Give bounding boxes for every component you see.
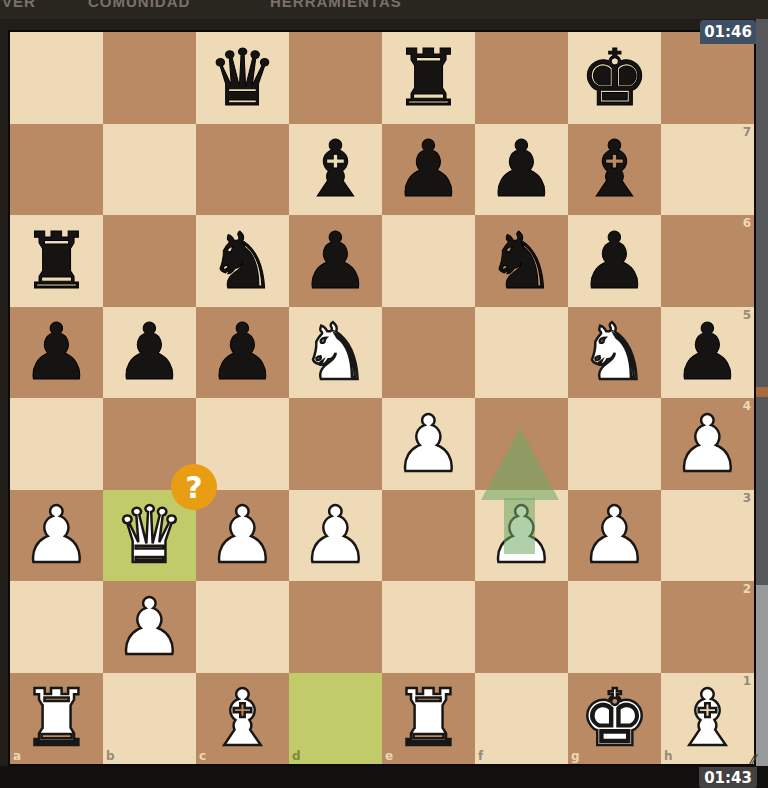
piece-white-bishop-h1[interactable]: ♝ — [661, 673, 754, 765]
square-b6[interactable] — [103, 215, 196, 307]
square-e8[interactable]: ♜ — [382, 32, 475, 124]
square-h4[interactable]: 4♟ — [661, 398, 754, 490]
square-b7[interactable] — [103, 124, 196, 216]
rank-label-6: 6 — [743, 217, 751, 229]
square-a6[interactable]: ♜ — [10, 215, 103, 307]
square-h7[interactable]: 7 — [661, 124, 754, 216]
rank-label-2: 2 — [743, 583, 751, 595]
square-d3[interactable]: ♟ — [289, 490, 382, 582]
square-g7[interactable]: ♝ — [568, 124, 661, 216]
square-c7[interactable] — [196, 124, 289, 216]
piece-white-queen-b3[interactable]: ♛ — [103, 490, 196, 582]
piece-black-pawn-b5[interactable]: ♟ — [103, 307, 196, 399]
square-b1[interactable]: b — [103, 673, 196, 765]
square-b4[interactable] — [103, 398, 196, 490]
square-f5[interactable] — [475, 307, 568, 399]
square-a2[interactable] — [10, 581, 103, 673]
square-g4[interactable] — [568, 398, 661, 490]
file-label-b: b — [106, 750, 115, 762]
square-f1[interactable]: f — [475, 673, 568, 765]
file-label-d: d — [292, 750, 301, 762]
piece-white-pawn-b2[interactable]: ♟ — [103, 581, 196, 673]
square-d6[interactable]: ♟ — [289, 215, 382, 307]
square-h2[interactable]: 2 — [661, 581, 754, 673]
rank-label-3: 3 — [743, 492, 751, 504]
square-d5[interactable]: ♞ — [289, 307, 382, 399]
square-h6[interactable]: 6 — [661, 215, 754, 307]
piece-white-pawn-f3[interactable]: ♟ — [475, 490, 568, 582]
square-b2[interactable]: ♟ — [103, 581, 196, 673]
piece-white-pawn-h4[interactable]: ♟ — [661, 398, 754, 490]
board-resize-handle[interactable]: // — [749, 754, 754, 764]
square-a7[interactable] — [10, 124, 103, 216]
piece-black-pawn-f7[interactable]: ♟ — [475, 124, 568, 216]
square-d2[interactable] — [289, 581, 382, 673]
chess-board-frame: ♛♜♚8♝♟♟♝7♜♞♟♞♟6♟♟♟♞♞5♟♟4♟♟♛♟♟♟♟3♟2a♜bc♝d… — [8, 30, 756, 766]
square-h8[interactable]: 8 — [661, 32, 754, 124]
square-a4[interactable] — [10, 398, 103, 490]
bottom-bar — [0, 766, 768, 788]
square-d7[interactable]: ♝ — [289, 124, 382, 216]
piece-black-pawn-a5[interactable]: ♟ — [10, 307, 103, 399]
square-c8[interactable]: ♛ — [196, 32, 289, 124]
square-b8[interactable] — [103, 32, 196, 124]
piece-white-knight-g5[interactable]: ♞ — [568, 307, 661, 399]
square-b3[interactable]: ♛ — [103, 490, 196, 582]
square-e7[interactable]: ♟ — [382, 124, 475, 216]
square-f8[interactable] — [475, 32, 568, 124]
side-panel-edge — [756, 19, 768, 788]
piece-black-pawn-e7[interactable]: ♟ — [382, 124, 475, 216]
piece-white-pawn-g3[interactable]: ♟ — [568, 490, 661, 582]
piece-black-pawn-d6[interactable]: ♟ — [289, 215, 382, 307]
piece-black-pawn-h5[interactable]: ♟ — [661, 307, 754, 399]
menu-item-comunidad[interactable]: COMUNIDAD — [88, 0, 190, 10]
rank-label-7: 7 — [743, 126, 751, 138]
square-h3[interactable]: 3 — [661, 490, 754, 582]
piece-white-pawn-c3[interactable]: ♟ — [196, 490, 289, 582]
side-panel-light-patch — [756, 585, 768, 775]
square-e5[interactable] — [382, 307, 475, 399]
square-f4[interactable] — [475, 398, 568, 490]
square-f2[interactable] — [475, 581, 568, 673]
square-a5[interactable]: ♟ — [10, 307, 103, 399]
piece-black-pawn-g6[interactable]: ♟ — [568, 215, 661, 307]
piece-white-pawn-d3[interactable]: ♟ — [289, 490, 382, 582]
piece-black-queen-c8[interactable]: ♛ — [196, 32, 289, 124]
piece-white-rook-a1[interactable]: ♜ — [10, 673, 103, 765]
menu-item-ver[interactable]: VER — [2, 0, 36, 10]
square-a8[interactable] — [10, 32, 103, 124]
square-c3[interactable]: ♟ — [196, 490, 289, 582]
square-c1[interactable]: c♝ — [196, 673, 289, 765]
square-b5[interactable]: ♟ — [103, 307, 196, 399]
white-clock: 01:43 — [699, 767, 757, 788]
square-g8[interactable]: ♚ — [568, 32, 661, 124]
piece-white-pawn-a3[interactable]: ♟ — [10, 490, 103, 582]
square-c6[interactable]: ♞ — [196, 215, 289, 307]
square-e4[interactable]: ♟ — [382, 398, 475, 490]
square-e1[interactable]: e♜ — [382, 673, 475, 765]
square-d8[interactable] — [289, 32, 382, 124]
menu-item-herramientas[interactable]: HERRAMIENTAS — [270, 0, 402, 10]
piece-white-king-g1[interactable]: ♚ — [568, 673, 661, 765]
square-f3[interactable]: ♟ — [475, 490, 568, 582]
square-d1[interactable]: d — [289, 673, 382, 765]
piece-black-knight-f6[interactable]: ♞ — [475, 215, 568, 307]
piece-black-bishop-d7[interactable]: ♝ — [289, 124, 382, 216]
square-a1[interactable]: a♜ — [10, 673, 103, 765]
square-d4[interactable] — [289, 398, 382, 490]
side-panel-orange-tick — [756, 387, 768, 397]
square-a3[interactable]: ♟ — [10, 490, 103, 582]
piece-white-knight-d5[interactable]: ♞ — [289, 307, 382, 399]
piece-black-knight-c6[interactable]: ♞ — [196, 215, 289, 307]
menu-bar: VER COMUNIDAD HERRAMIENTAS — [0, 0, 768, 19]
square-h5[interactable]: 5♟ — [661, 307, 754, 399]
piece-black-rook-a6[interactable]: ♜ — [10, 215, 103, 307]
square-e6[interactable] — [382, 215, 475, 307]
piece-black-pawn-c5[interactable]: ♟ — [196, 307, 289, 399]
square-g1[interactable]: g♚ — [568, 673, 661, 765]
square-g3[interactable]: ♟ — [568, 490, 661, 582]
square-c2[interactable] — [196, 581, 289, 673]
piece-white-rook-e1[interactable]: ♜ — [382, 673, 475, 765]
square-e2[interactable] — [382, 581, 475, 673]
square-e3[interactable] — [382, 490, 475, 582]
square-g2[interactable] — [568, 581, 661, 673]
black-clock: 01:46 — [700, 20, 756, 44]
square-c4[interactable] — [196, 398, 289, 490]
piece-black-king-g8[interactable]: ♚ — [568, 32, 661, 124]
square-c5[interactable]: ♟ — [196, 307, 289, 399]
file-label-f: f — [478, 750, 483, 762]
piece-white-pawn-e4[interactable]: ♟ — [382, 398, 475, 490]
square-f7[interactable]: ♟ — [475, 124, 568, 216]
piece-white-bishop-c1[interactable]: ♝ — [196, 673, 289, 765]
square-h1[interactable]: 1h♝ — [661, 673, 754, 765]
square-g5[interactable]: ♞ — [568, 307, 661, 399]
piece-black-rook-e8[interactable]: ♜ — [382, 32, 475, 124]
square-f6[interactable]: ♞ — [475, 215, 568, 307]
chess-board[interactable]: ♛♜♚8♝♟♟♝7♜♞♟♞♟6♟♟♟♞♞5♟♟4♟♟♛♟♟♟♟3♟2a♜bc♝d… — [10, 32, 754, 764]
piece-black-bishop-g7[interactable]: ♝ — [568, 124, 661, 216]
square-g6[interactable]: ♟ — [568, 215, 661, 307]
